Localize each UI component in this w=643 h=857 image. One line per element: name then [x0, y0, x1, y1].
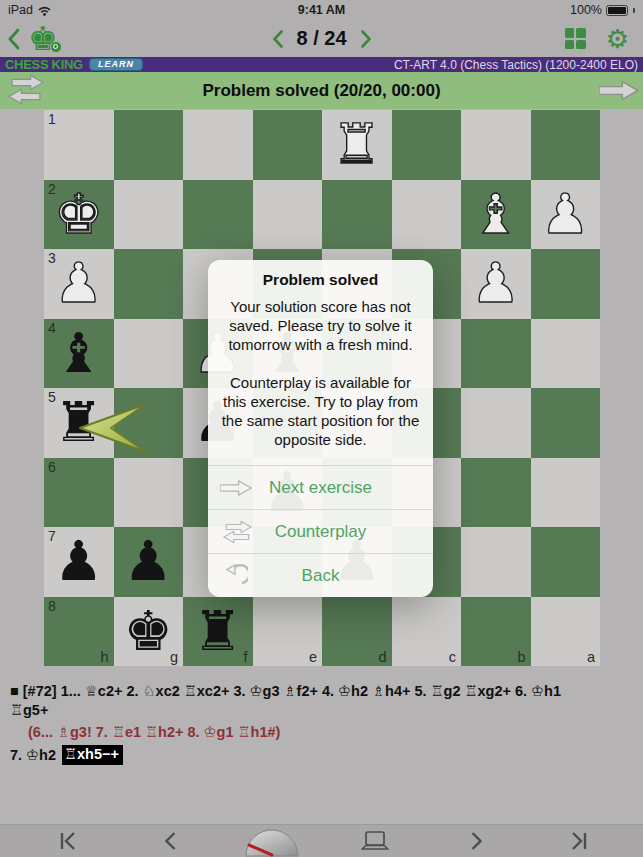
square-b7[interactable]: [461, 527, 531, 597]
last-move-button[interactable]: [551, 825, 607, 857]
square-b5[interactable]: [461, 388, 531, 458]
file-label-g: g: [170, 649, 178, 665]
square-c2[interactable]: [392, 180, 462, 250]
file-label-h: h: [100, 649, 108, 665]
battery-percent: 100%: [570, 3, 602, 17]
rank-label-8: 8: [48, 598, 56, 614]
piece-white-p-b3: ♟: [461, 249, 531, 319]
counterplay-button[interactable]: Counterplay: [208, 509, 433, 553]
rank-label-3: 3: [48, 250, 56, 266]
rank-label-7: 7: [48, 528, 56, 544]
square-g1[interactable]: [114, 110, 184, 180]
nav-bar: ♚ 8 / 24 ⚙: [0, 20, 643, 57]
square-h5[interactable]: ♜5: [44, 388, 114, 458]
square-d2[interactable]: [322, 180, 392, 250]
current-move-highlight[interactable]: ♖xh5−+: [62, 745, 123, 765]
counterplay-arrows-icon: [220, 521, 254, 543]
square-g2[interactable]: [114, 180, 184, 250]
square-b8[interactable]: b: [461, 597, 531, 667]
back-chevron-icon[interactable]: [8, 28, 20, 50]
next-arrow-icon: [220, 480, 252, 496]
settings-gear-icon[interactable]: ⚙: [606, 26, 629, 52]
file-label-d: d: [378, 649, 386, 665]
prev-move-button[interactable]: [142, 825, 198, 857]
next-exercise-chevron[interactable]: [361, 30, 371, 48]
rank-label-6: 6: [48, 459, 56, 475]
battery-icon: [606, 5, 628, 16]
square-h2[interactable]: ♚2: [44, 180, 114, 250]
square-b4[interactable]: [461, 319, 531, 389]
square-g4[interactable]: [114, 319, 184, 389]
move-variation[interactable]: (6... ♗g3! 7. ♖e1 ♖h2+ 8. ♔g1 ♖h1#): [28, 723, 635, 742]
learn-badge: LEARN: [89, 58, 143, 71]
prev-exercise-chevron[interactable]: [272, 30, 282, 48]
back-label: Back: [302, 566, 340, 586]
square-f1[interactable]: [183, 110, 253, 180]
clock: 9:41 AM: [208, 3, 435, 17]
piece-black-p-g7: ♟: [114, 527, 184, 597]
square-c8[interactable]: c: [392, 597, 462, 667]
last-move-prefix[interactable]: 7. ♔h2: [10, 746, 56, 765]
next-exercise-label: Next exercise: [269, 478, 372, 498]
square-e2[interactable]: [253, 180, 323, 250]
square-f8[interactable]: ♜f: [183, 597, 253, 667]
square-h4[interactable]: ♝4: [44, 319, 114, 389]
square-c1[interactable]: [392, 110, 462, 180]
square-g5[interactable]: [114, 388, 184, 458]
back-button[interactable]: Back: [208, 553, 433, 597]
next-arrow-icon[interactable]: [599, 81, 639, 104]
square-d1[interactable]: ♜: [322, 110, 392, 180]
square-b2[interactable]: ♝: [461, 180, 531, 250]
file-label-e: e: [309, 649, 317, 665]
bottom-toolbar: [0, 824, 643, 857]
status-bar: iPad 9:41 AM 100%: [0, 0, 643, 20]
dialog-paragraph-1: Your solution score has not saved. Pleas…: [220, 297, 421, 354]
square-a5[interactable]: [531, 388, 601, 458]
next-exercise-button[interactable]: Next exercise: [208, 465, 433, 509]
app-bar: CHESS KING LEARN CT-ART 4.0 (Chess Tacti…: [0, 57, 643, 72]
result-text: Problem solved (20/20, 00:00): [202, 81, 440, 101]
square-h6[interactable]: 6: [44, 458, 114, 528]
piece-white-p-a2: ♟: [531, 180, 601, 250]
rank-label-1: 1: [48, 111, 56, 127]
square-h7[interactable]: ♟7: [44, 527, 114, 597]
square-a6[interactable]: [531, 458, 601, 528]
square-b6[interactable]: [461, 458, 531, 528]
square-a3[interactable]: [531, 249, 601, 319]
square-g7[interactable]: ♟: [114, 527, 184, 597]
square-a1[interactable]: [531, 110, 601, 180]
file-label-f: f: [243, 649, 247, 665]
square-a2[interactable]: ♟: [531, 180, 601, 250]
file-label-b: b: [517, 649, 525, 665]
exercise-grid-button[interactable]: [565, 28, 586, 49]
carrier-label: iPad: [8, 3, 33, 17]
square-b1[interactable]: [461, 110, 531, 180]
logo-badge-icon: [50, 41, 62, 53]
course-title: CT-ART 4.0 (Chess Tactics) (1200-2400 EL…: [394, 58, 638, 72]
dialog-title: Problem solved: [208, 260, 433, 289]
square-a7[interactable]: [531, 527, 601, 597]
square-e8[interactable]: e: [253, 597, 323, 667]
square-h3[interactable]: ♟3: [44, 249, 114, 319]
square-a4[interactable]: [531, 319, 601, 389]
difficulty-gauge-icon[interactable]: [244, 827, 300, 857]
back-undo-icon: [220, 564, 248, 588]
square-h8[interactable]: 8h: [44, 597, 114, 667]
computer-analysis-icon[interactable]: [347, 825, 403, 857]
square-e1[interactable]: [253, 110, 323, 180]
next-move-button[interactable]: [449, 825, 505, 857]
piece-white-b-b2: ♝: [461, 180, 531, 250]
square-h1[interactable]: 1: [44, 110, 114, 180]
square-b3[interactable]: ♟: [461, 249, 531, 319]
dialog-paragraph-2: Counterplay is available for this exerci…: [220, 373, 421, 449]
chessking-wordmark: CHESS KING: [5, 57, 83, 72]
rank-label-5: 5: [48, 389, 56, 405]
first-move-button[interactable]: [40, 825, 96, 857]
result-banner: Problem solved (20/20, 00:00): [0, 72, 643, 109]
piece-black-r-f8: ♜: [183, 597, 253, 667]
problem-solved-dialog: Problem solved Your solution score has n…: [208, 260, 433, 597]
counterplay-label: Counterplay: [275, 522, 367, 542]
chess-king-logo[interactable]: ♚: [28, 22, 58, 56]
move-line-2[interactable]: ♖g5+: [10, 701, 635, 720]
rank-label-4: 4: [48, 320, 56, 336]
rank-label-2: 2: [48, 181, 56, 197]
exercise-counter: 8 / 24: [296, 27, 346, 50]
file-label-c: c: [449, 649, 456, 665]
file-label-a: a: [587, 649, 595, 665]
square-f2[interactable]: [183, 180, 253, 250]
square-a8[interactable]: a: [531, 597, 601, 667]
move-list[interactable]: ■ [#72] 1... ♕c2+ 2. ♘xc2 ♖xc2+ 3. ♔g3 ♗…: [10, 682, 635, 765]
square-d8[interactable]: d: [322, 597, 392, 667]
piece-white-r-d1: ♜: [322, 110, 392, 180]
square-g6[interactable]: [114, 458, 184, 528]
counterplay-arrows-icon[interactable]: [5, 75, 47, 106]
move-line-1[interactable]: ■ [#72] 1... ♕c2+ 2. ♘xc2 ♖xc2+ 3. ♔g3 ♗…: [10, 682, 635, 701]
square-g8[interactable]: ♚g: [114, 597, 184, 667]
wifi-icon: [37, 5, 52, 16]
square-g3[interactable]: [114, 249, 184, 319]
